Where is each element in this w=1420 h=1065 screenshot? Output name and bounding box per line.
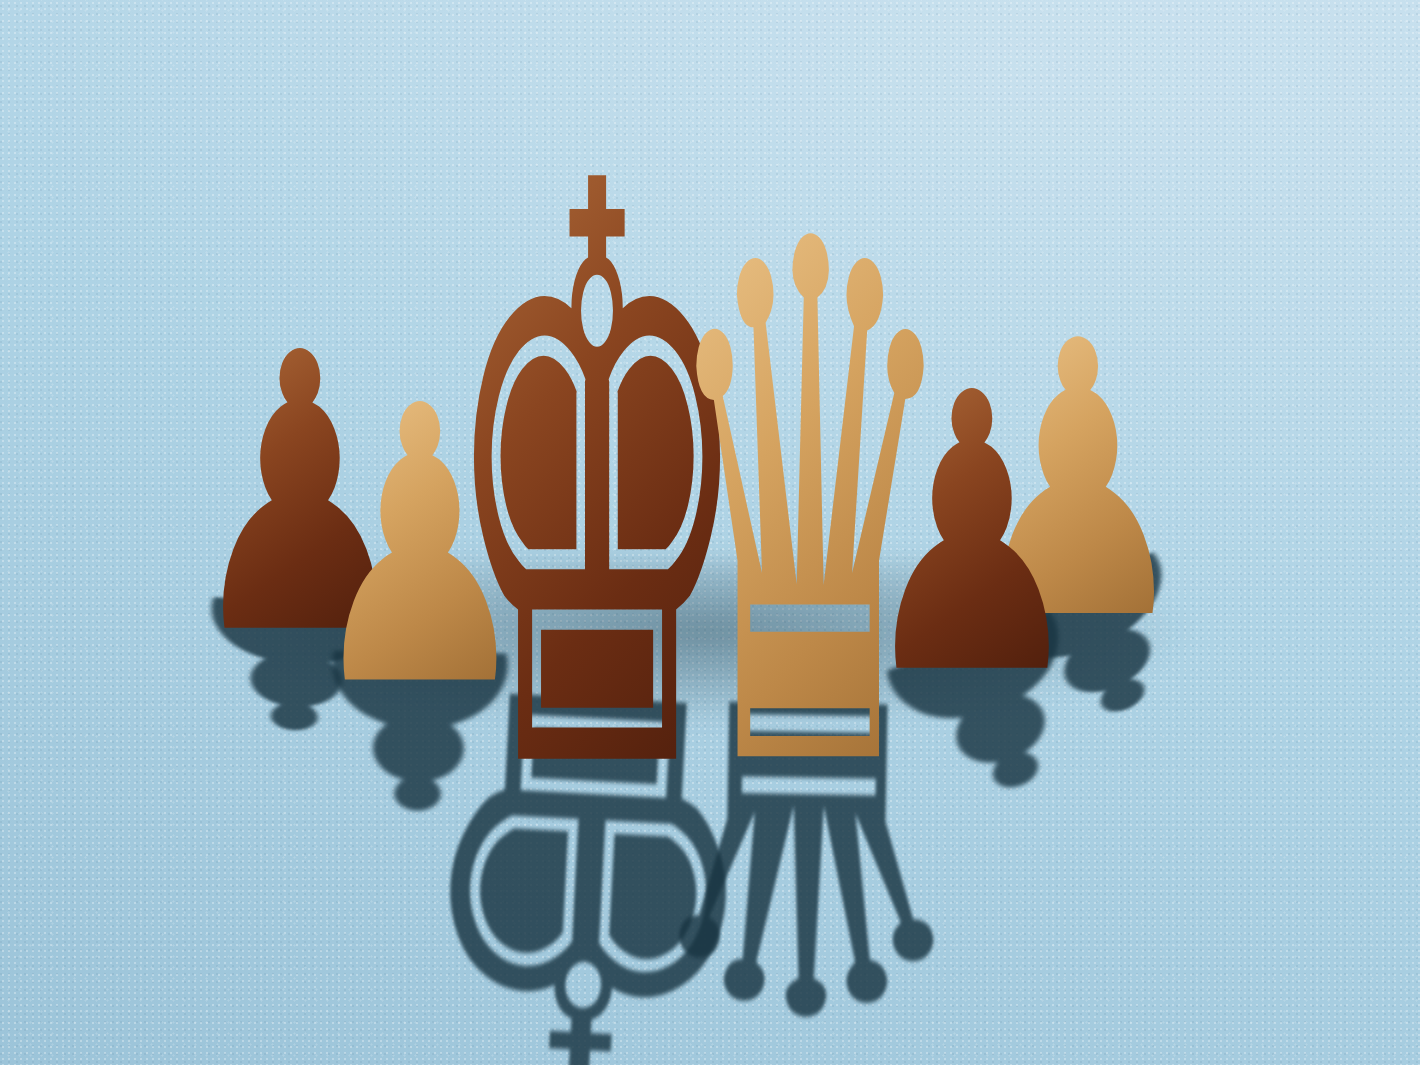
piece-layer: ♟ ♟ ♚ ♛ ♟ ♟: [0, 0, 1420, 1065]
photo-scene: ♟ ♟ ♚ ♛ ♟ ♟ ♟ ♟ ♚ ♛ ♟ ♟: [0, 0, 1420, 1065]
light-queen-piece: ♛: [659, 150, 961, 866]
